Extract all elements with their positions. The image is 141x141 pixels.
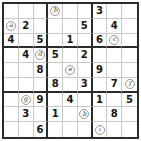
given-digit: 4 (67, 95, 74, 105)
given-digit: 3 (96, 6, 103, 16)
cell-r8c5[interactable] (63, 107, 78, 122)
circle-letter-d: d (35, 50, 45, 60)
cell-r3c5[interactable]: 1 (63, 34, 78, 49)
cell-r1c6[interactable] (78, 4, 93, 19)
cell-r8c1[interactable] (4, 107, 19, 122)
circle-letter-i: i (95, 125, 105, 135)
given-digit: 8 (111, 109, 118, 119)
cell-r1c8[interactable] (107, 4, 122, 19)
given-digit: 9 (96, 65, 103, 75)
cell-r8c7[interactable] (93, 107, 108, 122)
circle-letter-f: f (125, 79, 135, 89)
cell-r7c5[interactable]: 4 (63, 93, 78, 108)
cell-r6c2[interactable] (19, 78, 34, 93)
cell-r4c5[interactable] (63, 48, 78, 63)
cell-r1c4[interactable]: b (48, 4, 63, 19)
cell-r2c7[interactable] (93, 19, 108, 34)
circle-letter-e: e (65, 65, 75, 75)
cell-r8c2[interactable]: 3 (19, 107, 34, 122)
cell-r9c5[interactable] (63, 122, 78, 137)
cell-r8c3[interactable] (34, 107, 49, 122)
cell-r5c3[interactable]: 8 (34, 63, 49, 78)
cell-r8c6[interactable]: h (78, 107, 93, 122)
cell-r3c2[interactable] (19, 34, 34, 49)
given-digit: 1 (52, 109, 59, 119)
cell-r2c8[interactable]: 4 (107, 19, 122, 34)
cell-r4c8[interactable] (107, 48, 122, 63)
cell-r9c8[interactable] (107, 122, 122, 137)
cell-r7c3[interactable]: 9 (34, 93, 49, 108)
cell-r2c9[interactable] (122, 19, 137, 34)
cell-r2c1[interactable]: a (4, 19, 19, 34)
cell-r3c6[interactable] (78, 34, 93, 49)
cell-r7c6[interactable] (78, 93, 93, 108)
given-digit: 9 (36, 95, 43, 105)
cell-r6c4[interactable]: 8 (48, 78, 63, 93)
cell-r5c5[interactable]: e (63, 63, 78, 78)
cell-r2c3[interactable] (34, 19, 49, 34)
given-digit: 5 (36, 35, 43, 45)
cell-r9c3[interactable]: 6 (34, 122, 49, 137)
cell-r4c3[interactable]: d (34, 48, 49, 63)
given-digit: 4 (7, 35, 14, 45)
cell-r5c2[interactable] (19, 63, 34, 78)
circle-letter-g: g (21, 95, 31, 105)
cell-r7c8[interactable] (107, 93, 122, 108)
cell-r7c7[interactable]: 1 (93, 93, 108, 108)
cell-r4c7[interactable] (93, 48, 108, 63)
cell-r6c3[interactable] (34, 78, 49, 93)
given-digit: 4 (22, 50, 29, 60)
given-digit: 5 (81, 21, 88, 31)
cell-r6c9[interactable]: f (122, 78, 137, 93)
cell-r2c5[interactable] (63, 19, 78, 34)
cell-r9c4[interactable] (48, 122, 63, 137)
cell-r9c2[interactable] (19, 122, 34, 137)
cell-r7c9[interactable]: 5 (122, 93, 137, 108)
cell-r1c3[interactable] (34, 4, 49, 19)
cell-r6c5[interactable] (63, 78, 78, 93)
cell-r3c1[interactable]: 4 (4, 34, 19, 49)
cell-r6c8[interactable]: 7 (107, 78, 122, 93)
cell-r2c2[interactable]: 2 (19, 19, 34, 34)
circle-letter-b: b (50, 6, 60, 16)
given-digit: 5 (126, 95, 133, 105)
given-digit: 1 (67, 35, 74, 45)
cell-r7c4[interactable] (48, 93, 63, 108)
given-digit: 5 (52, 50, 59, 60)
given-digit: 3 (81, 79, 88, 89)
cell-r6c6[interactable]: 3 (78, 78, 93, 93)
given-digit: 6 (96, 35, 103, 45)
circle-letter-a: a (6, 21, 16, 31)
cell-r2c4[interactable] (48, 19, 63, 34)
cell-r9c9[interactable] (122, 122, 137, 137)
cell-r4c9[interactable] (122, 48, 137, 63)
cell-r7c2[interactable]: g (19, 93, 34, 108)
given-digit: 6 (36, 125, 43, 135)
given-digit: 8 (52, 79, 59, 89)
given-digit: 4 (111, 21, 118, 31)
cell-r3c3[interactable]: 5 (34, 34, 49, 49)
cell-r4c6[interactable]: 2 (78, 48, 93, 63)
cell-r1c7[interactable]: 3 (93, 4, 108, 19)
cell-r3c7[interactable]: 6 (93, 34, 108, 49)
circle-letter-h: h (79, 109, 89, 119)
cell-r8c4[interactable]: 1 (48, 107, 63, 122)
cell-r1c2[interactable] (19, 4, 34, 19)
given-digit: 7 (111, 79, 118, 89)
cell-r4c4[interactable]: 5 (48, 48, 63, 63)
cell-r3c4[interactable] (48, 34, 63, 49)
cell-r4c1[interactable] (4, 48, 19, 63)
given-digit: 8 (36, 65, 43, 75)
cell-r3c8[interactable]: c (107, 34, 122, 49)
cell-r5c1[interactable] (4, 63, 19, 78)
given-digit: 3 (22, 109, 29, 119)
cell-r5c4[interactable] (48, 63, 63, 78)
cell-r1c9[interactable] (122, 4, 137, 19)
cell-r2c6[interactable]: 5 (78, 19, 93, 34)
cell-r4c2[interactable]: 4 (19, 48, 34, 63)
cell-r5c6[interactable] (78, 63, 93, 78)
cell-r1c5[interactable] (63, 4, 78, 19)
cell-r8c9[interactable] (122, 107, 137, 122)
sudoku-board: b3a2544516c4d528e9837fg941531h86i (2, 2, 139, 139)
cell-r5c7[interactable]: 9 (93, 63, 108, 78)
given-digit: 2 (22, 21, 29, 31)
cell-r8c8[interactable]: 8 (107, 107, 122, 122)
given-digit: 1 (96, 95, 103, 105)
circle-letter-c: c (109, 35, 119, 45)
cell-r9c6[interactable] (78, 122, 93, 137)
cell-r1c1[interactable] (4, 4, 19, 19)
cell-r7c1[interactable] (4, 93, 19, 108)
cell-r3c9[interactable] (122, 34, 137, 49)
cell-r5c9[interactable] (122, 63, 137, 78)
cell-r5c8[interactable] (107, 63, 122, 78)
cell-r9c7[interactable]: i (93, 122, 108, 137)
cell-r6c7[interactable] (93, 78, 108, 93)
given-digit: 2 (81, 50, 88, 60)
cell-r6c1[interactable] (4, 78, 19, 93)
cell-r9c1[interactable] (4, 122, 19, 137)
